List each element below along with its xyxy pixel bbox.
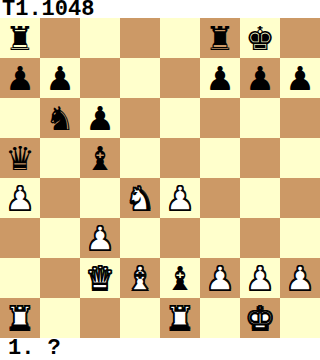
black-knight-piece[interactable]: ♞ bbox=[45, 102, 75, 135]
square-e1[interactable]: ♜ bbox=[160, 298, 200, 338]
square-g1[interactable]: ♚ bbox=[240, 298, 280, 338]
square-c8[interactable] bbox=[80, 18, 120, 58]
square-d3[interactable] bbox=[120, 218, 160, 258]
chess-board: ♜♜♚♟♟♟♟♟♞♟♛♝♟♞♟♟♛♝♝♟♟♟♜♜♚ bbox=[0, 18, 320, 338]
white-king-piece[interactable]: ♚ bbox=[245, 302, 275, 335]
black-rook-piece[interactable]: ♜ bbox=[5, 22, 35, 55]
black-pawn-piece[interactable]: ♟ bbox=[45, 62, 75, 95]
black-rook-piece[interactable]: ♜ bbox=[205, 22, 235, 55]
white-pawn-piece[interactable]: ♟ bbox=[205, 262, 235, 295]
square-h2[interactable]: ♟ bbox=[280, 258, 320, 298]
square-d5[interactable] bbox=[120, 138, 160, 178]
white-knight-piece[interactable]: ♞ bbox=[125, 182, 155, 215]
square-h4[interactable] bbox=[280, 178, 320, 218]
square-e6[interactable] bbox=[160, 98, 200, 138]
white-bishop-piece[interactable]: ♝ bbox=[125, 262, 155, 295]
square-d2[interactable]: ♝ bbox=[120, 258, 160, 298]
square-d6[interactable] bbox=[120, 98, 160, 138]
chess-puzzle-window: T1.1048 ♜♜♚♟♟♟♟♟♞♟♛♝♟♞♟♟♛♝♝♟♟♟♜♜♚ 1. ? bbox=[0, 0, 320, 360]
square-e8[interactable] bbox=[160, 18, 200, 58]
black-pawn-piece[interactable]: ♟ bbox=[285, 62, 315, 95]
square-g5[interactable] bbox=[240, 138, 280, 178]
black-bishop-piece[interactable]: ♝ bbox=[165, 262, 195, 295]
square-c1[interactable] bbox=[80, 298, 120, 338]
square-b5[interactable] bbox=[40, 138, 80, 178]
square-a7[interactable]: ♟ bbox=[0, 58, 40, 98]
square-f4[interactable] bbox=[200, 178, 240, 218]
square-e3[interactable] bbox=[160, 218, 200, 258]
white-queen-piece[interactable]: ♛ bbox=[85, 262, 115, 295]
black-pawn-piece[interactable]: ♟ bbox=[245, 62, 275, 95]
square-c7[interactable] bbox=[80, 58, 120, 98]
square-e4[interactable]: ♟ bbox=[160, 178, 200, 218]
square-h3[interactable] bbox=[280, 218, 320, 258]
square-f2[interactable]: ♟ bbox=[200, 258, 240, 298]
square-b8[interactable] bbox=[40, 18, 80, 58]
square-c4[interactable] bbox=[80, 178, 120, 218]
square-h8[interactable] bbox=[280, 18, 320, 58]
square-a4[interactable]: ♟ bbox=[0, 178, 40, 218]
square-c6[interactable]: ♟ bbox=[80, 98, 120, 138]
square-f6[interactable] bbox=[200, 98, 240, 138]
square-h1[interactable] bbox=[280, 298, 320, 338]
square-e7[interactable] bbox=[160, 58, 200, 98]
square-g8[interactable]: ♚ bbox=[240, 18, 280, 58]
white-pawn-piece[interactable]: ♟ bbox=[5, 182, 35, 215]
black-bishop-piece[interactable]: ♝ bbox=[85, 142, 115, 175]
square-a1[interactable]: ♜ bbox=[0, 298, 40, 338]
square-c3[interactable]: ♟ bbox=[80, 218, 120, 258]
black-king-piece[interactable]: ♚ bbox=[245, 22, 275, 55]
square-g6[interactable] bbox=[240, 98, 280, 138]
square-d4[interactable]: ♞ bbox=[120, 178, 160, 218]
square-f3[interactable] bbox=[200, 218, 240, 258]
square-f1[interactable] bbox=[200, 298, 240, 338]
square-h5[interactable] bbox=[280, 138, 320, 178]
square-g2[interactable]: ♟ bbox=[240, 258, 280, 298]
square-c2[interactable]: ♛ bbox=[80, 258, 120, 298]
square-c5[interactable]: ♝ bbox=[80, 138, 120, 178]
square-a8[interactable]: ♜ bbox=[0, 18, 40, 58]
white-rook-piece[interactable]: ♜ bbox=[165, 302, 195, 335]
black-pawn-piece[interactable]: ♟ bbox=[85, 102, 115, 135]
square-b3[interactable] bbox=[40, 218, 80, 258]
square-b2[interactable] bbox=[40, 258, 80, 298]
black-queen-piece[interactable]: ♛ bbox=[5, 142, 35, 175]
square-g7[interactable]: ♟ bbox=[240, 58, 280, 98]
puzzle-title: T1.1048 bbox=[0, 0, 320, 18]
white-pawn-piece[interactable]: ♟ bbox=[165, 182, 195, 215]
white-pawn-piece[interactable]: ♟ bbox=[85, 222, 115, 255]
square-e5[interactable] bbox=[160, 138, 200, 178]
white-pawn-piece[interactable]: ♟ bbox=[285, 262, 315, 295]
black-pawn-piece[interactable]: ♟ bbox=[205, 62, 235, 95]
white-pawn-piece[interactable]: ♟ bbox=[245, 262, 275, 295]
square-h6[interactable] bbox=[280, 98, 320, 138]
square-d1[interactable] bbox=[120, 298, 160, 338]
square-e2[interactable]: ♝ bbox=[160, 258, 200, 298]
black-pawn-piece[interactable]: ♟ bbox=[5, 62, 35, 95]
square-a5[interactable]: ♛ bbox=[0, 138, 40, 178]
square-g4[interactable] bbox=[240, 178, 280, 218]
move-prompt: 1. ? bbox=[0, 338, 320, 360]
square-f7[interactable]: ♟ bbox=[200, 58, 240, 98]
square-a2[interactable] bbox=[0, 258, 40, 298]
square-h7[interactable]: ♟ bbox=[280, 58, 320, 98]
square-b4[interactable] bbox=[40, 178, 80, 218]
square-d8[interactable] bbox=[120, 18, 160, 58]
square-b1[interactable] bbox=[40, 298, 80, 338]
square-f8[interactable]: ♜ bbox=[200, 18, 240, 58]
square-b7[interactable]: ♟ bbox=[40, 58, 80, 98]
square-b6[interactable]: ♞ bbox=[40, 98, 80, 138]
square-f5[interactable] bbox=[200, 138, 240, 178]
square-a3[interactable] bbox=[0, 218, 40, 258]
square-a6[interactable] bbox=[0, 98, 40, 138]
square-g3[interactable] bbox=[240, 218, 280, 258]
white-rook-piece[interactable]: ♜ bbox=[5, 302, 35, 335]
square-d7[interactable] bbox=[120, 58, 160, 98]
